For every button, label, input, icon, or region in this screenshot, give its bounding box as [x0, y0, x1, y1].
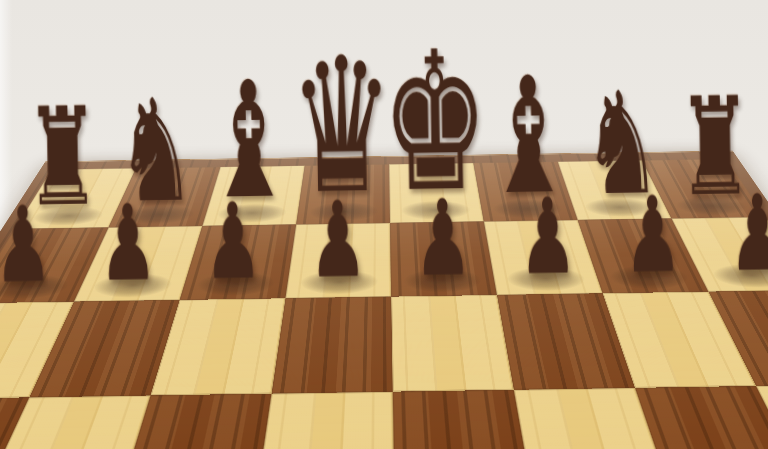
chess-board-frame: ♜♞♝♛♚♝♞♜♟♟♟♟♟♟♟♟: [0, 151, 768, 449]
square-d5[interactable]: [253, 392, 395, 449]
photo-stage: ♜♞♝♛♚♝♞♜♟♟♟♟♟♟♟♟: [0, 0, 768, 449]
chess-board: ♜♞♝♛♚♝♞♜♟♟♟♟♟♟♟♟: [0, 159, 768, 449]
piece-black-pawn-c7[interactable]: ♟: [203, 189, 263, 295]
square-g5[interactable]: [635, 386, 768, 449]
piece-black-pawn-f7[interactable]: ♟: [518, 184, 578, 290]
piece-black-pawn-e7[interactable]: ♟: [413, 185, 473, 291]
piece-black-pawn-g7[interactable]: ♟: [623, 182, 683, 288]
piece-black-pawn-h7[interactable]: ♟: [728, 181, 768, 287]
piece-black-pawn-a7[interactable]: ♟: [0, 192, 53, 298]
square-e6[interactable]: [391, 295, 514, 392]
piece-black-pawn-b7[interactable]: ♟: [98, 190, 158, 296]
square-e7[interactable]: ♟: [390, 222, 497, 297]
piece-black-pawn-d7[interactable]: ♟: [308, 187, 368, 293]
square-d7[interactable]: ♟: [285, 223, 391, 298]
square-d6[interactable]: [272, 297, 393, 394]
